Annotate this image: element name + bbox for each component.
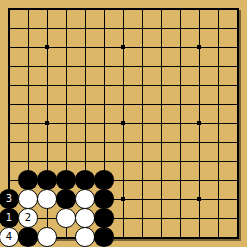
black-stone-move-3: 3 <box>0 189 19 209</box>
star-point <box>121 197 125 201</box>
white-stone <box>75 208 95 228</box>
go-board[interactable]: 3124 <box>0 0 247 247</box>
black-stone <box>37 170 57 190</box>
star-point <box>45 45 49 49</box>
white-stone <box>37 227 57 247</box>
black-stone <box>94 208 114 228</box>
white-stone-move-2: 2 <box>18 208 38 228</box>
black-stone <box>18 227 38 247</box>
white-stone <box>37 189 57 209</box>
star-point <box>197 121 201 125</box>
white-stone <box>56 208 76 228</box>
white-stone <box>75 189 95 209</box>
black-stone <box>94 227 114 247</box>
go-diagram: 3124 <box>0 0 247 247</box>
star-point <box>197 45 201 49</box>
star-point <box>45 121 49 125</box>
black-stone <box>56 170 76 190</box>
black-stone <box>94 189 114 209</box>
black-stone-move-1: 1 <box>0 208 19 228</box>
black-stone <box>56 189 76 209</box>
black-stone <box>75 170 95 190</box>
white-stone <box>75 227 95 247</box>
star-point <box>121 45 125 49</box>
white-stone <box>18 189 38 209</box>
star-point <box>197 197 201 201</box>
black-stone <box>18 170 38 190</box>
white-stone-move-4: 4 <box>0 227 19 247</box>
star-point <box>121 121 125 125</box>
black-stone <box>94 170 114 190</box>
